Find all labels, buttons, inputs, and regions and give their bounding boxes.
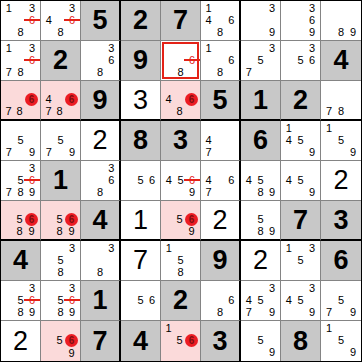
candidate-6: 6 <box>106 54 117 66</box>
cell-r8c1[interactable]: 35689 <box>1 281 41 321</box>
candidate-5: 5 <box>295 54 307 66</box>
candidate-empty <box>43 122 55 134</box>
candidate-9: 9 <box>65 226 78 237</box>
candidate-9: 9 <box>347 347 359 359</box>
candidate-empty <box>43 134 55 146</box>
pencil-marks: 356789 <box>1 161 40 200</box>
cell-r8c4[interactable]: 56 <box>121 281 161 321</box>
cell-r8c7[interactable]: 34579 <box>241 281 281 321</box>
candidate-empty <box>203 162 214 174</box>
cell-r9c6[interactable]: 3 <box>201 321 241 361</box>
candidate-1: 1 <box>3 2 15 14</box>
candidate-empty <box>175 42 187 54</box>
pencil-marks: 38 <box>81 241 119 280</box>
candidate-6: 6 <box>226 174 237 186</box>
cell-r4c6[interactable]: 47 <box>201 121 241 161</box>
cell-r6c2[interactable]: 5689 <box>41 201 81 241</box>
pencil-marks: 3459 <box>281 281 320 320</box>
candidate-empty <box>283 266 295 278</box>
candidate-empty <box>43 322 54 334</box>
cell-r2c8[interactable]: 356 <box>281 41 321 81</box>
candidate-empty <box>43 254 55 266</box>
candidate-empty <box>255 26 267 38</box>
candidate-empty <box>266 14 278 26</box>
solved-digit: 7 <box>121 241 160 280</box>
cell-r4c5[interactable]: 3 <box>161 121 201 161</box>
cell-r7c6[interactable]: 9 <box>201 241 241 281</box>
candidate-empty <box>243 162 255 174</box>
candidate-8: 8 <box>175 266 187 278</box>
cell-r9c3[interactable]: 7 <box>81 321 121 361</box>
pencil-marks: 4589 <box>241 161 280 200</box>
candidate-empty <box>335 282 347 294</box>
candidate-9: 9 <box>266 186 278 198</box>
candidate-empty <box>306 174 318 186</box>
cell-r7c8[interactable]: 135 <box>281 241 321 281</box>
solved-digit: 2 <box>321 161 361 200</box>
candidate-empty <box>185 106 198 117</box>
candidate-8: 8 <box>94 266 105 278</box>
cell-r6c3[interactable]: 4 <box>81 201 121 241</box>
candidate-empty <box>203 122 214 134</box>
candidate-4: 4 <box>43 14 55 26</box>
candidate-empty <box>214 186 225 198</box>
given-digit: 2 <box>41 41 80 80</box>
candidate-empty <box>243 54 255 66</box>
candidate-5: 5 <box>255 54 267 66</box>
cell-r9c8[interactable]: 8 <box>281 321 321 361</box>
solved-digit: 2 <box>1 321 40 361</box>
candidate-empty <box>83 266 94 278</box>
candidate-9: 9 <box>266 347 278 359</box>
pencil-marks: 569 <box>161 201 200 239</box>
cell-r5c4[interactable]: 56 <box>121 161 161 201</box>
candidate-empty <box>43 266 55 278</box>
candidate-empty <box>295 146 307 158</box>
candidate-empty <box>243 322 255 334</box>
candidate-empty <box>335 146 347 158</box>
candidate-empty <box>163 213 174 226</box>
pencil-marks: 369 <box>281 1 320 40</box>
candidate-empty <box>255 2 267 14</box>
candidate-empty <box>283 186 295 198</box>
candidate-5: 5 <box>135 174 147 186</box>
candidate-empty <box>295 14 307 26</box>
candidate-8: 8 <box>335 105 347 117</box>
candidate-6-eliminated: 6 <box>26 174 38 186</box>
candidate-9: 9 <box>25 226 38 237</box>
candidate-3: 3 <box>306 42 318 54</box>
cell-r7c5[interactable]: 158 <box>161 241 201 281</box>
candidate-empty <box>255 66 267 78</box>
candidate-9: 9 <box>266 225 278 237</box>
cell-r5c2[interactable]: 1 <box>41 161 81 201</box>
cell-r3c5[interactable]: 468 <box>161 81 201 121</box>
cell-r8c9[interactable]: 579 <box>321 281 361 321</box>
candidate-empty <box>306 266 318 278</box>
candidate-empty <box>106 66 117 78</box>
candidate-empty <box>186 162 198 174</box>
candidate-empty <box>43 294 55 306</box>
candidate-empty <box>26 134 38 146</box>
cell-r4c2[interactable]: 579 <box>41 121 81 161</box>
candidate-empty <box>283 162 295 174</box>
pencil-marks: 569 <box>41 321 80 361</box>
cell-r6c8[interactable]: 7 <box>281 201 321 241</box>
cell-r2c2[interactable]: 2 <box>41 41 81 81</box>
candidate-empty <box>295 66 307 78</box>
candidate-8: 8 <box>15 306 27 318</box>
candidate-empty <box>347 105 359 117</box>
candidate-empty <box>3 122 15 134</box>
candidate-empty <box>214 282 225 294</box>
candidate-7: 7 <box>3 186 15 198</box>
candidate-3: 3 <box>266 2 278 14</box>
candidate-7: 7 <box>203 186 214 198</box>
candidate-empty <box>15 282 27 294</box>
candidate-empty <box>243 14 255 26</box>
cell-r1c4[interactable]: 2 <box>121 1 161 41</box>
candidate-empty <box>83 66 94 78</box>
cell-r4c7[interactable]: 6 <box>241 121 281 161</box>
cell-r1c8[interactable]: 369 <box>281 1 321 41</box>
pencil-marks: 78 <box>321 81 361 119</box>
cell-r4c1[interactable]: 579 <box>1 121 41 161</box>
cell-r7c9[interactable]: 6 <box>321 241 361 281</box>
cell-r6c6[interactable]: 2 <box>201 201 241 241</box>
candidate-empty <box>55 242 67 254</box>
candidate-4: 4 <box>283 174 295 186</box>
candidate-empty <box>15 122 27 134</box>
candidate-empty <box>15 146 27 158</box>
candidate-empty <box>3 306 15 318</box>
candidate-8: 8 <box>255 186 267 198</box>
candidate-empty <box>43 242 55 254</box>
cell-r4c9[interactable]: 159 <box>321 121 361 161</box>
candidate-empty <box>3 82 14 93</box>
cell-r1c7[interactable]: 39 <box>241 1 281 41</box>
cell-r7c1[interactable]: 4 <box>1 241 41 281</box>
pencil-marks: 357 <box>241 41 280 80</box>
candidate-8: 8 <box>55 26 67 38</box>
cell-r7c2[interactable]: 358 <box>41 241 81 281</box>
cell-r1c2[interactable]: 3468 <box>41 1 81 41</box>
cell-r8c6[interactable]: 68 <box>201 281 241 321</box>
candidate-3: 3 <box>266 42 278 54</box>
cell-r8c2[interactable]: 35689 <box>41 281 81 321</box>
pencil-marks: 47 <box>201 121 239 160</box>
candidate-6-highlighted: 6 <box>25 93 38 106</box>
cell-r9c7[interactable]: 59 <box>241 321 281 361</box>
given-digit: 3 <box>321 201 361 239</box>
candidate-3: 3 <box>106 162 117 174</box>
candidate-8: 8 <box>255 225 267 237</box>
candidate-empty <box>283 42 295 54</box>
candidate-6-highlighted: 6 <box>185 93 198 106</box>
candidate-empty <box>214 14 225 26</box>
cell-r7c4[interactable]: 7 <box>121 241 161 281</box>
cell-r3c8[interactable]: 2 <box>281 81 321 121</box>
candidate-3: 3 <box>106 42 117 54</box>
candidate-empty <box>83 242 94 254</box>
candidate-empty <box>243 334 255 346</box>
candidate-9: 9 <box>26 186 38 198</box>
candidate-empty <box>214 162 225 174</box>
cell-r6c9[interactable]: 3 <box>321 201 361 241</box>
candidate-empty <box>347 134 359 146</box>
cell-r5c5[interactable]: 4569 <box>161 161 201 201</box>
candidate-empty <box>163 226 174 237</box>
candidate-empty <box>266 294 278 306</box>
candidate-6: 6 <box>146 294 158 306</box>
candidate-empty <box>266 66 278 78</box>
cell-r5c8[interactable]: 459 <box>281 161 321 201</box>
candidate-3: 3 <box>306 242 318 254</box>
candidate-5: 5 <box>175 254 187 266</box>
candidate-5: 5 <box>255 334 267 346</box>
candidate-empty <box>15 2 27 14</box>
candidate-empty <box>66 254 78 266</box>
candidate-empty <box>226 26 237 38</box>
cell-r4c4[interactable]: 8 <box>121 121 161 161</box>
pencil-marks: 35689 <box>41 281 80 320</box>
candidate-empty <box>226 122 237 134</box>
candidate-empty <box>323 82 335 94</box>
candidate-7: 7 <box>43 106 54 117</box>
candidate-3: 3 <box>66 242 78 254</box>
given-digit: 4 <box>81 201 119 239</box>
candidate-6: 6 <box>306 14 318 26</box>
given-digit: 3 <box>161 121 200 160</box>
pencil-marks: 589 <box>241 201 280 239</box>
cell-r6c7[interactable]: 589 <box>241 201 281 241</box>
candidate-empty <box>65 82 78 93</box>
cell-r3c6[interactable]: 5 <box>201 81 241 121</box>
candidate-empty <box>83 186 94 198</box>
candidate-empty <box>323 334 335 346</box>
cell-r8c8[interactable]: 3459 <box>281 281 321 321</box>
candidate-empty <box>214 122 225 134</box>
candidate-empty <box>266 54 278 66</box>
candidate-1: 1 <box>203 2 214 14</box>
candidate-empty <box>54 347 65 359</box>
candidate-empty <box>306 66 318 78</box>
candidate-5: 5 <box>255 214 267 226</box>
candidate-empty <box>163 66 175 78</box>
candidate-8: 8 <box>55 266 67 278</box>
candidate-empty <box>186 42 198 54</box>
cell-r2c6[interactable]: 168 <box>201 41 241 81</box>
cell-r7c7[interactable]: 2 <box>241 241 281 281</box>
candidate-1: 1 <box>163 242 175 254</box>
pencil-marks: 13678 <box>1 41 40 80</box>
candidate-4: 4 <box>203 134 214 146</box>
candidate-9: 9 <box>66 146 78 158</box>
cell-r3c3[interactable]: 9 <box>81 81 121 121</box>
candidate-empty <box>66 266 78 278</box>
cell-r3c7[interactable]: 1 <box>241 81 281 121</box>
cell-r8c5[interactable]: 2 <box>161 281 201 321</box>
candidate-6-slot: 6 <box>65 93 78 106</box>
candidate-empty <box>243 42 255 54</box>
given-digit: 7 <box>281 201 320 239</box>
candidate-8: 8 <box>214 26 225 38</box>
pencil-marks: 4569 <box>161 161 200 200</box>
cell-r1c6[interactable]: 1468 <box>201 1 241 41</box>
candidate-empty <box>185 82 198 93</box>
pencil-marks: 467 <box>201 161 239 200</box>
candidate-empty <box>3 202 14 213</box>
candidate-8: 8 <box>214 66 225 78</box>
candidate-empty <box>25 202 38 213</box>
cell-r4c8[interactable]: 1459 <box>281 121 321 161</box>
candidate-empty <box>203 26 214 38</box>
candidate-5: 5 <box>335 334 347 346</box>
pencil-marks: 579 <box>1 121 40 160</box>
candidate-empty <box>255 347 267 359</box>
cell-r6c5[interactable]: 569 <box>161 201 201 241</box>
candidate-empty <box>106 266 117 278</box>
candidate-empty <box>243 225 255 237</box>
pencil-marks: 39 <box>241 1 280 40</box>
candidate-8: 8 <box>14 226 25 237</box>
cell-r4c3[interactable]: 2 <box>81 121 121 161</box>
candidate-5: 5 <box>15 134 27 146</box>
candidate-empty <box>347 94 359 106</box>
candidate-9: 9 <box>65 347 78 359</box>
candidate-9: 9 <box>306 186 318 198</box>
candidate-empty <box>135 162 147 174</box>
cell-r1c3[interactable]: 5 <box>81 1 121 41</box>
candidate-9: 9 <box>185 226 198 237</box>
pencil-marks: 1368 <box>1 1 40 40</box>
candidate-5: 5 <box>135 294 147 306</box>
cell-r1c5[interactable]: 7 <box>161 1 201 41</box>
candidate-empty <box>243 347 255 359</box>
cell-r1c9[interactable]: 89 <box>321 1 361 41</box>
candidate-empty <box>186 266 198 278</box>
candidate-5: 5 <box>295 294 307 306</box>
cell-r3c1[interactable]: 678 <box>1 81 41 121</box>
cell-r1c1[interactable]: 1368 <box>1 1 41 41</box>
candidate-empty <box>163 106 174 117</box>
candidate-6: 6 <box>226 294 237 306</box>
cell-r8c3[interactable]: 1 <box>81 281 121 321</box>
cell-r3c2[interactable]: 4678 <box>41 81 81 121</box>
pencil-marks: 68 <box>201 281 239 320</box>
given-digit: 2 <box>161 281 200 320</box>
candidate-empty <box>295 306 307 318</box>
candidate-9: 9 <box>306 146 318 158</box>
candidate-empty <box>214 2 225 14</box>
candidate-empty <box>347 14 359 26</box>
cell-r9c2[interactable]: 569 <box>41 321 81 361</box>
candidate-empty <box>43 306 55 318</box>
cell-r2c3[interactable]: 368 <box>81 41 121 81</box>
candidate-empty <box>135 186 147 198</box>
given-digit: 3 <box>201 321 239 361</box>
candidate-7: 7 <box>3 106 14 117</box>
candidate-empty <box>55 146 67 158</box>
cell-r3c4[interactable]: 3 <box>121 81 161 121</box>
cell-r2c5[interactable]: 68 <box>161 41 201 81</box>
candidate-empty <box>146 186 158 198</box>
cell-r2c9[interactable]: 4 <box>321 41 361 81</box>
given-digit: 1 <box>41 161 80 200</box>
candidate-empty <box>94 254 105 266</box>
candidate-empty <box>123 306 135 318</box>
cell-r9c9[interactable]: 159 <box>321 321 361 361</box>
candidate-empty <box>123 186 135 198</box>
candidate-empty <box>295 26 307 38</box>
cell-r5c9[interactable]: 2 <box>321 161 361 201</box>
candidate-9: 9 <box>306 26 318 38</box>
candidate-empty <box>335 122 347 134</box>
candidate-8: 8 <box>15 66 27 78</box>
candidate-empty <box>43 2 55 14</box>
candidate-5: 5 <box>295 254 307 266</box>
candidate-empty <box>83 54 94 66</box>
pencil-marks: 5689 <box>1 201 40 239</box>
cell-r5c1[interactable]: 356789 <box>1 161 41 201</box>
pencil-marks: 68 <box>161 41 200 80</box>
candidate-3: 3 <box>26 42 38 54</box>
cell-r3c9[interactable]: 78 <box>321 81 361 121</box>
candidate-6-eliminated: 6 <box>186 54 198 66</box>
candidate-empty <box>135 282 147 294</box>
candidate-empty <box>25 82 38 93</box>
solved-digit: 1 <box>121 201 160 239</box>
candidate-empty <box>203 66 214 78</box>
candidate-4: 4 <box>203 14 214 26</box>
pencil-marks: 1459 <box>281 121 320 160</box>
candidate-empty <box>226 282 237 294</box>
cell-r6c4[interactable]: 1 <box>121 201 161 241</box>
candidate-empty <box>55 122 67 134</box>
cell-r7c3[interactable]: 38 <box>81 241 121 281</box>
cell-r6c1[interactable]: 5689 <box>1 201 41 241</box>
candidate-9: 9 <box>266 26 278 38</box>
cell-r5c7[interactable]: 4589 <box>241 161 281 201</box>
cell-r9c1[interactable]: 2 <box>1 321 41 361</box>
candidate-1: 1 <box>203 42 214 54</box>
cell-r2c1[interactable]: 13678 <box>1 41 41 81</box>
candidate-empty <box>255 14 267 26</box>
candidate-empty <box>266 174 278 186</box>
cell-r5c3[interactable]: 368 <box>81 161 121 201</box>
candidate-3: 3 <box>66 282 78 294</box>
cell-r2c7[interactable]: 357 <box>241 41 281 81</box>
candidate-1: 1 <box>3 42 15 54</box>
cell-r2c4[interactable]: 9 <box>121 41 161 81</box>
given-digit: 8 <box>281 321 320 361</box>
candidate-empty <box>65 106 78 117</box>
candidate-empty <box>226 42 237 54</box>
pencil-marks: 356 <box>281 41 320 80</box>
candidate-4: 4 <box>163 174 175 186</box>
candidate-empty <box>54 202 65 213</box>
candidate-empty <box>65 202 78 213</box>
cell-r5c6[interactable]: 467 <box>201 161 241 201</box>
pencil-marks: 358 <box>41 241 80 280</box>
candidate-empty <box>163 334 174 347</box>
cell-r9c5[interactable]: 156 <box>161 321 201 361</box>
candidate-empty <box>226 186 237 198</box>
candidate-empty <box>214 134 225 146</box>
candidate-empty <box>226 134 237 146</box>
cell-r9c4[interactable]: 4 <box>121 321 161 361</box>
candidate-empty <box>226 2 237 14</box>
